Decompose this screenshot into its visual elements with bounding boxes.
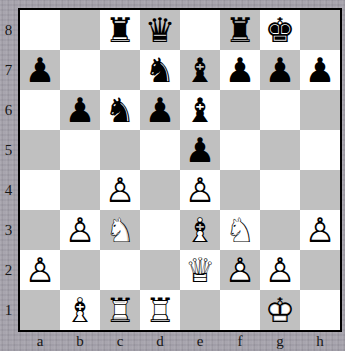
- square-d4[interactable]: [140, 170, 180, 210]
- square-e8[interactable]: [180, 10, 220, 50]
- square-h5[interactable]: [300, 130, 340, 170]
- file-label-b: b: [60, 331, 100, 351]
- piece-black-king: ♚: [260, 10, 300, 50]
- square-f5[interactable]: [220, 130, 260, 170]
- square-e2[interactable]: ♛♕: [180, 250, 220, 290]
- piece-white-pawn: ♟♙: [180, 170, 220, 210]
- square-h8[interactable]: [300, 10, 340, 50]
- file-label-e: e: [180, 331, 220, 351]
- square-a6[interactable]: [20, 90, 60, 130]
- rank-label-5: 5: [0, 130, 17, 170]
- square-g5[interactable]: [260, 130, 300, 170]
- square-c3[interactable]: ♞♘: [100, 210, 140, 250]
- square-h7[interactable]: ♟: [300, 50, 340, 90]
- square-h3[interactable]: ♟♙: [300, 210, 340, 250]
- file-label-a: a: [20, 331, 60, 351]
- piece-black-rook: ♜: [100, 10, 140, 50]
- square-g8[interactable]: ♚: [260, 10, 300, 50]
- square-f7[interactable]: ♟: [220, 50, 260, 90]
- piece-white-pawn: ♟♙: [100, 170, 140, 210]
- square-g4[interactable]: [260, 170, 300, 210]
- square-a5[interactable]: [20, 130, 60, 170]
- square-c5[interactable]: [100, 130, 140, 170]
- square-c6[interactable]: ♞: [100, 90, 140, 130]
- piece-white-king: ♚♔: [260, 290, 300, 330]
- square-f3[interactable]: ♞♘: [220, 210, 260, 250]
- square-b6[interactable]: ♟: [60, 90, 100, 130]
- square-h2[interactable]: [300, 250, 340, 290]
- square-a2[interactable]: ♟♙: [20, 250, 60, 290]
- piece-white-pawn: ♟♙: [300, 210, 340, 250]
- square-b5[interactable]: [60, 130, 100, 170]
- square-g1[interactable]: ♚♔: [260, 290, 300, 330]
- square-e7[interactable]: ♝: [180, 50, 220, 90]
- square-d7[interactable]: ♞: [140, 50, 180, 90]
- square-g6[interactable]: [260, 90, 300, 130]
- piece-white-pawn: ♟♙: [260, 250, 300, 290]
- rank-label-8: 8: [0, 10, 17, 50]
- square-a3[interactable]: [20, 210, 60, 250]
- file-label-d: d: [140, 331, 180, 351]
- piece-black-pawn: ♟: [260, 50, 300, 90]
- square-g2[interactable]: ♟♙: [260, 250, 300, 290]
- square-c1[interactable]: ♜♖: [100, 290, 140, 330]
- square-g3[interactable]: [260, 210, 300, 250]
- square-f8[interactable]: ♜: [220, 10, 260, 50]
- square-b8[interactable]: [60, 10, 100, 50]
- square-b4[interactable]: [60, 170, 100, 210]
- square-g7[interactable]: ♟: [260, 50, 300, 90]
- piece-black-bishop: ♝: [180, 90, 220, 130]
- square-d5[interactable]: [140, 130, 180, 170]
- square-h1[interactable]: [300, 290, 340, 330]
- square-c2[interactable]: [100, 250, 140, 290]
- file-label-g: g: [260, 331, 300, 351]
- square-c4[interactable]: ♟♙: [100, 170, 140, 210]
- square-a1[interactable]: [20, 290, 60, 330]
- piece-black-pawn: ♟: [60, 90, 100, 130]
- piece-black-pawn: ♟: [140, 90, 180, 130]
- square-a4[interactable]: [20, 170, 60, 210]
- chess-board: ♜♛♜♚♟♞♝♟♟♟♟♞♟♝♟♟♙♟♙♟♙♞♘♝♗♞♘♟♙♟♙♛♕♟♙♟♙♝♗♜…: [18, 8, 342, 332]
- rank-label-7: 7: [0, 50, 17, 90]
- rank-label-2: 2: [0, 250, 17, 290]
- square-d8[interactable]: ♛: [140, 10, 180, 50]
- square-a8[interactable]: [20, 10, 60, 50]
- piece-white-rook: ♜♖: [100, 290, 140, 330]
- square-e6[interactable]: ♝: [180, 90, 220, 130]
- rank-label-1: 1: [0, 290, 17, 330]
- square-d1[interactable]: ♜♖: [140, 290, 180, 330]
- piece-black-knight: ♞: [140, 50, 180, 90]
- piece-black-rook: ♜: [220, 10, 260, 50]
- square-d2[interactable]: [140, 250, 180, 290]
- square-b7[interactable]: [60, 50, 100, 90]
- square-d6[interactable]: ♟: [140, 90, 180, 130]
- rank-label-6: 6: [0, 90, 17, 130]
- square-c7[interactable]: [100, 50, 140, 90]
- file-label-h: h: [300, 331, 340, 351]
- piece-white-knight: ♞♘: [220, 210, 260, 250]
- piece-white-pawn: ♟♙: [20, 250, 60, 290]
- square-f6[interactable]: [220, 90, 260, 130]
- file-label-f: f: [220, 331, 260, 351]
- piece-white-bishop: ♝♗: [60, 290, 100, 330]
- piece-black-bishop: ♝: [180, 50, 220, 90]
- piece-white-bishop: ♝♗: [180, 210, 220, 250]
- piece-white-knight: ♞♘: [100, 210, 140, 250]
- piece-black-pawn: ♟: [220, 50, 260, 90]
- square-e4[interactable]: ♟♙: [180, 170, 220, 210]
- square-b3[interactable]: ♟♙: [60, 210, 100, 250]
- piece-black-pawn: ♟: [20, 50, 60, 90]
- piece-white-pawn: ♟♙: [220, 250, 260, 290]
- file-labels: abcdefgh: [20, 331, 340, 351]
- square-h4[interactable]: [300, 170, 340, 210]
- square-d3[interactable]: [140, 210, 180, 250]
- piece-black-knight: ♞: [100, 90, 140, 130]
- file-label-c: c: [100, 331, 140, 351]
- square-e1[interactable]: [180, 290, 220, 330]
- chess-diagram: 87654321 ♜♛♜♚♟♞♝♟♟♟♟♞♟♝♟♟♙♟♙♟♙♞♘♝♗♞♘♟♙♟♙…: [0, 0, 345, 351]
- piece-black-pawn: ♟: [180, 130, 220, 170]
- square-c8[interactable]: ♜: [100, 10, 140, 50]
- square-b2[interactable]: [60, 250, 100, 290]
- piece-black-queen: ♛: [140, 10, 180, 50]
- square-h6[interactable]: [300, 90, 340, 130]
- piece-white-pawn: ♟♙: [60, 210, 100, 250]
- square-f2[interactable]: ♟♙: [220, 250, 260, 290]
- piece-black-pawn: ♟: [300, 50, 340, 90]
- rank-labels: 87654321: [0, 10, 17, 330]
- square-a7[interactable]: ♟: [20, 50, 60, 90]
- piece-white-queen: ♛♕: [180, 250, 220, 290]
- square-f4[interactable]: [220, 170, 260, 210]
- square-f1[interactable]: [220, 290, 260, 330]
- square-e3[interactable]: ♝♗: [180, 210, 220, 250]
- square-e5[interactable]: ♟: [180, 130, 220, 170]
- rank-label-4: 4: [0, 170, 17, 210]
- rank-label-3: 3: [0, 210, 17, 250]
- piece-white-rook: ♜♖: [140, 290, 180, 330]
- square-b1[interactable]: ♝♗: [60, 290, 100, 330]
